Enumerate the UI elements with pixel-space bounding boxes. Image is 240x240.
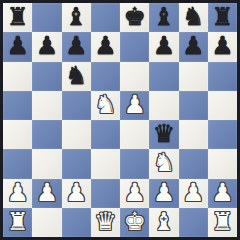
square-g5[interactable] xyxy=(179,91,208,120)
square-c2[interactable]: ♟ xyxy=(62,179,91,208)
pawn-glyph: ♟ xyxy=(182,180,204,205)
queen-glyph: ♛ xyxy=(94,209,116,234)
piece-black-rook-a8[interactable]: ♜ xyxy=(3,3,32,32)
square-h2[interactable]: ♟ xyxy=(208,179,237,208)
square-b6[interactable] xyxy=(32,62,61,91)
pawn-glyph: ♟ xyxy=(211,33,233,58)
piece-white-pawn-a2[interactable]: ♟ xyxy=(3,179,32,208)
square-b8[interactable] xyxy=(32,3,61,32)
square-a3[interactable] xyxy=(3,149,32,178)
square-g6[interactable] xyxy=(179,62,208,91)
square-g3[interactable] xyxy=(179,149,208,178)
square-f2[interactable]: ♟ xyxy=(149,179,178,208)
square-e3[interactable] xyxy=(120,149,149,178)
square-h4[interactable] xyxy=(208,120,237,149)
bishop-glyph: ♝ xyxy=(153,209,175,234)
chess-board-frame: ♜♝♚♝♞♜♟♟♟♟♟♟♟♞♞♟♛♞♟♟♟♟♟♟♟♜♛♚♝♜ xyxy=(0,0,240,240)
pawn-glyph: ♟ xyxy=(36,180,58,205)
square-e5[interactable]: ♟ xyxy=(120,91,149,120)
square-h1[interactable]: ♜ xyxy=(208,208,237,237)
king-glyph: ♚ xyxy=(123,4,145,29)
piece-black-rook-h8[interactable]: ♜ xyxy=(208,3,237,32)
square-c7[interactable]: ♟ xyxy=(62,32,91,61)
pawn-glyph: ♟ xyxy=(182,33,204,58)
piece-white-knight-f3[interactable]: ♞ xyxy=(149,149,178,178)
square-e6[interactable] xyxy=(120,62,149,91)
pawn-glyph: ♟ xyxy=(153,33,175,58)
square-a4[interactable] xyxy=(3,120,32,149)
square-a2[interactable]: ♟ xyxy=(3,179,32,208)
knight-glyph: ♞ xyxy=(94,92,116,117)
square-h8[interactable]: ♜ xyxy=(208,3,237,32)
square-c3[interactable] xyxy=(62,149,91,178)
piece-black-bishop-c8[interactable]: ♝ xyxy=(62,3,91,32)
square-e1[interactable]: ♚ xyxy=(120,208,149,237)
piece-black-pawn-a7[interactable]: ♟ xyxy=(3,32,32,61)
square-d2[interactable] xyxy=(91,179,120,208)
square-c1[interactable] xyxy=(62,208,91,237)
rook-glyph: ♜ xyxy=(211,4,233,29)
square-b5[interactable] xyxy=(32,91,61,120)
square-b1[interactable] xyxy=(32,208,61,237)
piece-black-pawn-b7[interactable]: ♟ xyxy=(32,32,61,61)
square-d7[interactable]: ♟ xyxy=(91,32,120,61)
piece-white-pawn-g2[interactable]: ♟ xyxy=(179,179,208,208)
piece-black-knight-g8[interactable]: ♞ xyxy=(179,3,208,32)
pawn-glyph: ♟ xyxy=(153,180,175,205)
square-b7[interactable]: ♟ xyxy=(32,32,61,61)
piece-black-pawn-h7[interactable]: ♟ xyxy=(208,32,237,61)
square-c5[interactable] xyxy=(62,91,91,120)
piece-black-pawn-f7[interactable]: ♟ xyxy=(149,32,178,61)
square-h3[interactable] xyxy=(208,149,237,178)
square-f6[interactable] xyxy=(149,62,178,91)
square-e8[interactable]: ♚ xyxy=(120,3,149,32)
square-h7[interactable]: ♟ xyxy=(208,32,237,61)
queen-glyph: ♛ xyxy=(153,121,175,146)
pawn-glyph: ♟ xyxy=(123,180,145,205)
piece-white-knight-d5[interactable]: ♞ xyxy=(91,91,120,120)
square-d6[interactable] xyxy=(91,62,120,91)
pawn-glyph: ♟ xyxy=(6,180,28,205)
square-g2[interactable]: ♟ xyxy=(179,179,208,208)
rook-glyph: ♜ xyxy=(6,4,28,29)
bishop-glyph: ♝ xyxy=(65,4,87,29)
piece-black-pawn-g7[interactable]: ♟ xyxy=(179,32,208,61)
pawn-glyph: ♟ xyxy=(94,33,116,58)
square-c8[interactable]: ♝ xyxy=(62,3,91,32)
square-b2[interactable]: ♟ xyxy=(32,179,61,208)
piece-black-bishop-f8[interactable]: ♝ xyxy=(149,3,178,32)
square-b4[interactable] xyxy=(32,120,61,149)
knight-glyph: ♞ xyxy=(65,63,87,88)
king-glyph: ♚ xyxy=(123,209,145,234)
square-f4[interactable]: ♛ xyxy=(149,120,178,149)
square-f3[interactable]: ♞ xyxy=(149,149,178,178)
piece-white-rook-h1[interactable]: ♜ xyxy=(208,208,237,237)
pawn-glyph: ♟ xyxy=(6,33,28,58)
piece-white-pawn-f2[interactable]: ♟ xyxy=(149,179,178,208)
knight-glyph: ♞ xyxy=(153,150,175,175)
rook-glyph: ♜ xyxy=(6,209,28,234)
piece-white-queen-d1[interactable]: ♛ xyxy=(91,208,120,237)
piece-white-pawn-e5[interactable]: ♟ xyxy=(120,91,149,120)
square-c4[interactable] xyxy=(62,120,91,149)
square-a8[interactable]: ♜ xyxy=(3,3,32,32)
square-d3[interactable] xyxy=(91,149,120,178)
pawn-glyph: ♟ xyxy=(65,33,87,58)
square-f5[interactable] xyxy=(149,91,178,120)
bishop-glyph: ♝ xyxy=(153,4,175,29)
pawn-glyph: ♟ xyxy=(65,180,87,205)
square-a6[interactable] xyxy=(3,62,32,91)
square-g7[interactable]: ♟ xyxy=(179,32,208,61)
piece-white-rook-a1[interactable]: ♜ xyxy=(3,208,32,237)
square-g8[interactable]: ♞ xyxy=(179,3,208,32)
square-e7[interactable] xyxy=(120,32,149,61)
square-d8[interactable] xyxy=(91,3,120,32)
square-e4[interactable] xyxy=(120,120,149,149)
piece-white-bishop-f1[interactable]: ♝ xyxy=(149,208,178,237)
square-a5[interactable] xyxy=(3,91,32,120)
piece-black-king-e8[interactable]: ♚ xyxy=(120,3,149,32)
rook-glyph: ♜ xyxy=(211,209,233,234)
square-e2[interactable]: ♟ xyxy=(120,179,149,208)
piece-white-pawn-h2[interactable]: ♟ xyxy=(208,179,237,208)
square-a1[interactable]: ♜ xyxy=(3,208,32,237)
square-a7[interactable]: ♟ xyxy=(3,32,32,61)
square-c6[interactable]: ♞ xyxy=(62,62,91,91)
piece-black-knight-c6[interactable]: ♞ xyxy=(62,62,91,91)
square-f8[interactable]: ♝ xyxy=(149,3,178,32)
pawn-glyph: ♟ xyxy=(211,180,233,205)
piece-black-pawn-c7[interactable]: ♟ xyxy=(62,32,91,61)
piece-white-king-e1[interactable]: ♚ xyxy=(120,208,149,237)
square-h6[interactable] xyxy=(208,62,237,91)
square-d5[interactable]: ♞ xyxy=(91,91,120,120)
square-f7[interactable]: ♟ xyxy=(149,32,178,61)
chess-board: ♜♝♚♝♞♜♟♟♟♟♟♟♟♞♞♟♛♞♟♟♟♟♟♟♟♜♛♚♝♜ xyxy=(3,3,237,237)
piece-black-queen-f4[interactable]: ♛ xyxy=(149,120,178,149)
square-h5[interactable] xyxy=(208,91,237,120)
pawn-glyph: ♟ xyxy=(36,33,58,58)
square-g4[interactable] xyxy=(179,120,208,149)
piece-white-pawn-c2[interactable]: ♟ xyxy=(62,179,91,208)
knight-glyph: ♞ xyxy=(182,4,204,29)
square-b3[interactable] xyxy=(32,149,61,178)
square-d1[interactable]: ♛ xyxy=(91,208,120,237)
square-g1[interactable] xyxy=(179,208,208,237)
square-d4[interactable] xyxy=(91,120,120,149)
pawn-glyph: ♟ xyxy=(123,92,145,117)
square-f1[interactable]: ♝ xyxy=(149,208,178,237)
piece-white-pawn-b2[interactable]: ♟ xyxy=(32,179,61,208)
piece-white-pawn-e2[interactable]: ♟ xyxy=(120,179,149,208)
piece-black-pawn-d7[interactable]: ♟ xyxy=(91,32,120,61)
